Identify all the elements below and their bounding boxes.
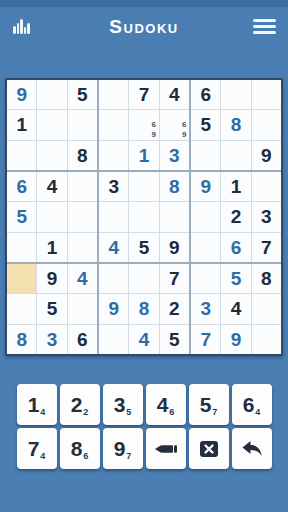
cell-r9c2[interactable]: 3 (37, 325, 66, 354)
pencil-icon (154, 443, 178, 455)
status-bar (0, 0, 288, 7)
cell-r6c5[interactable]: 5 (129, 233, 158, 262)
note-slot-3 (149, 110, 159, 120)
note-slot-1 (160, 110, 170, 120)
cell-r9c9[interactable] (252, 325, 281, 354)
note-slot-4 (160, 120, 170, 130)
numpad: 1 4 2 2 3 5 4 6 5 7 6 4 (0, 384, 288, 469)
menu-line (253, 25, 276, 28)
cell-r7c3[interactable]: 4 (68, 264, 97, 293)
cell-r4c4[interactable]: 3 (99, 172, 128, 201)
cell-r6c3[interactable] (68, 233, 97, 262)
pencil-button[interactable] (146, 428, 186, 469)
board-block-6: 945836 (7, 264, 97, 354)
cell-r5c2[interactable] (37, 202, 66, 231)
note-slot-1 (129, 110, 139, 120)
cell-r6c8[interactable]: 6 (221, 233, 250, 262)
numpad-digit: 7 (28, 437, 40, 461)
cell-r5c5[interactable] (129, 202, 158, 231)
cell-r9c3[interactable]: 6 (68, 325, 97, 354)
note-slot-9: 9 (149, 130, 159, 140)
cell-r2c9[interactable] (252, 110, 281, 139)
cell-r1c7[interactable]: 6 (191, 80, 220, 109)
numpad-row-1: 1 4 2 2 3 5 4 6 5 7 6 4 (17, 384, 272, 425)
pencil-notes: 69 (129, 110, 158, 139)
numpad-digit: 9 (114, 437, 126, 461)
cell-r1c5[interactable]: 7 (129, 80, 158, 109)
header: Sudoku (0, 7, 288, 49)
numpad-3[interactable]: 3 5 (103, 384, 143, 425)
cell-r8c3[interactable] (68, 294, 97, 323)
cell-r8c1[interactable] (7, 294, 36, 323)
numpad-2[interactable]: 2 2 (60, 384, 100, 425)
cell-r7c8[interactable]: 5 (221, 264, 250, 293)
app-screen: Sudoku 951874696913658964513845991236794… (0, 0, 288, 512)
note-slot-8 (139, 130, 149, 140)
cell-r1c8[interactable] (221, 80, 250, 109)
numpad-digit: 1 (28, 393, 40, 417)
numpad-7[interactable]: 7 4 (17, 428, 57, 469)
cell-r5c7[interactable] (191, 202, 220, 231)
note-slot-4 (129, 120, 139, 130)
note-slot-2 (169, 110, 179, 120)
cell-r9c5[interactable]: 4 (129, 325, 158, 354)
cell-r9c6[interactable]: 5 (160, 325, 189, 354)
numpad-digit: 4 (157, 393, 169, 417)
cell-r2c4[interactable] (99, 110, 128, 139)
cell-r2c5[interactable]: 69 (129, 110, 158, 139)
menu-line (253, 31, 276, 34)
cell-r8c6[interactable]: 2 (160, 294, 189, 323)
numpad-row-2: 7 4 8 6 9 7 (17, 428, 272, 469)
note-slot-7 (160, 130, 170, 140)
cell-r7c4[interactable] (99, 264, 128, 293)
cell-r7c6[interactable]: 7 (160, 264, 189, 293)
numpad-count: 2 (83, 407, 88, 417)
note-slot-3 (179, 110, 189, 120)
cell-r7c9[interactable]: 8 (252, 264, 281, 293)
cell-r5c9[interactable]: 3 (252, 202, 281, 231)
numpad-count: 7 (126, 451, 131, 461)
cell-r4c9[interactable] (252, 172, 281, 201)
undo-icon (241, 440, 263, 458)
cell-r1c2[interactable] (37, 80, 66, 109)
numpad-9[interactable]: 9 7 (103, 428, 143, 469)
cell-r1c9[interactable] (252, 80, 281, 109)
cell-r4c7[interactable]: 9 (191, 172, 220, 201)
numpad-1[interactable]: 1 4 (17, 384, 57, 425)
cell-r3c3[interactable]: 8 (68, 141, 97, 170)
cell-r4c6[interactable]: 8 (160, 172, 189, 201)
cell-r7c5[interactable] (129, 264, 158, 293)
numpad-digit: 5 (200, 393, 212, 417)
numpad-digit: 8 (71, 437, 83, 461)
numpad-count: 4 (40, 407, 45, 417)
cell-r1c4[interactable] (99, 80, 128, 109)
numpad-4[interactable]: 4 6 (146, 384, 186, 425)
cell-r3c5[interactable]: 1 (129, 141, 158, 170)
cell-r7c7[interactable] (191, 264, 220, 293)
cell-r8c5[interactable]: 8 (129, 294, 158, 323)
cell-r3c9[interactable]: 9 (252, 141, 281, 170)
note-slot-6: 6 (179, 120, 189, 130)
board-block-7: 798245 (99, 264, 189, 354)
note-slot-5 (169, 120, 179, 130)
note-slot-5 (139, 120, 149, 130)
cell-r2c7[interactable]: 5 (191, 110, 220, 139)
cell-r7c1[interactable] (7, 264, 36, 293)
cell-r4c5[interactable] (129, 172, 158, 201)
cell-r9c8[interactable]: 9 (221, 325, 250, 354)
cell-r8c2[interactable]: 5 (37, 294, 66, 323)
cell-r3c4[interactable] (99, 141, 128, 170)
note-slot-8 (169, 130, 179, 140)
cell-r2c8[interactable]: 8 (221, 110, 250, 139)
numpad-6[interactable]: 6 4 (232, 384, 272, 425)
board-block-1: 74696913 (99, 80, 189, 170)
cell-r4c1[interactable]: 6 (7, 172, 36, 201)
board-block-5: 912367 (191, 172, 281, 262)
cell-r3c2[interactable] (37, 141, 66, 170)
cell-r4c8[interactable]: 1 (221, 172, 250, 201)
cell-r1c6[interactable]: 4 (160, 80, 189, 109)
numpad-count: 6 (169, 407, 174, 417)
note-slot-6: 6 (149, 120, 159, 130)
cell-r6c4[interactable]: 4 (99, 233, 128, 262)
sudoku-board: 9518746969136589645138459912367945836798… (5, 78, 283, 356)
menu-line (253, 19, 276, 22)
board-block-0: 9518 (7, 80, 97, 170)
cell-r2c2[interactable] (37, 110, 66, 139)
cell-r8c8[interactable]: 4 (221, 294, 250, 323)
numpad-count: 4 (255, 407, 260, 417)
cell-r5c4[interactable] (99, 202, 128, 231)
cell-r6c2[interactable]: 1 (37, 233, 66, 262)
numpad-count: 4 (40, 451, 45, 461)
cell-r3c8[interactable] (221, 141, 250, 170)
numpad-8[interactable]: 8 6 (60, 428, 100, 469)
cell-r3c6[interactable]: 3 (160, 141, 189, 170)
numpad-digit: 2 (71, 393, 83, 417)
note-slot-9: 9 (179, 130, 189, 140)
cell-r2c1[interactable]: 1 (7, 110, 36, 139)
page-title: Sudoku (0, 16, 288, 38)
cell-r6c1[interactable] (7, 233, 36, 262)
note-slot-7 (129, 130, 139, 140)
cell-r1c1[interactable]: 9 (7, 80, 36, 109)
board-block-3: 6451 (7, 172, 97, 262)
numpad-digit: 6 (243, 393, 255, 417)
cell-r3c7[interactable] (191, 141, 220, 170)
numpad-5[interactable]: 5 7 (189, 384, 229, 425)
cell-r3c1[interactable] (7, 141, 36, 170)
cell-r8c4[interactable]: 9 (99, 294, 128, 323)
undo-button[interactable] (232, 428, 272, 469)
cell-r2c3[interactable] (68, 110, 97, 139)
cell-r5c1[interactable]: 5 (7, 202, 36, 231)
cell-r4c3[interactable] (68, 172, 97, 201)
cell-r6c6[interactable]: 9 (160, 233, 189, 262)
board-block-2: 6589 (191, 80, 281, 170)
cell-r9c1[interactable]: 8 (7, 325, 36, 354)
clear-button[interactable] (189, 428, 229, 469)
cell-r6c7[interactable] (191, 233, 220, 262)
clear-icon (199, 440, 219, 458)
menu-icon[interactable] (253, 19, 276, 38)
numpad-count: 6 (83, 451, 88, 461)
cell-r7c2[interactable]: 9 (37, 264, 66, 293)
cell-r5c8[interactable]: 2 (221, 202, 250, 231)
cell-r2c6[interactable]: 69 (160, 110, 189, 139)
cell-r4c2[interactable]: 4 (37, 172, 66, 201)
note-slot-2 (139, 110, 149, 120)
board-block-8: 583479 (191, 264, 281, 354)
numpad-count: 7 (212, 407, 217, 417)
cell-r1c3[interactable]: 5 (68, 80, 97, 109)
cell-r5c3[interactable] (68, 202, 97, 231)
cell-r8c9[interactable] (252, 294, 281, 323)
pencil-notes: 69 (160, 110, 189, 139)
numpad-digit: 3 (114, 393, 126, 417)
cell-r6c9[interactable]: 7 (252, 233, 281, 262)
cell-r9c4[interactable] (99, 325, 128, 354)
cell-r9c7[interactable]: 7 (191, 325, 220, 354)
cell-r8c7[interactable]: 3 (191, 294, 220, 323)
cell-r5c6[interactable] (160, 202, 189, 231)
board-block-4: 38459 (99, 172, 189, 262)
numpad-count: 5 (126, 407, 131, 417)
